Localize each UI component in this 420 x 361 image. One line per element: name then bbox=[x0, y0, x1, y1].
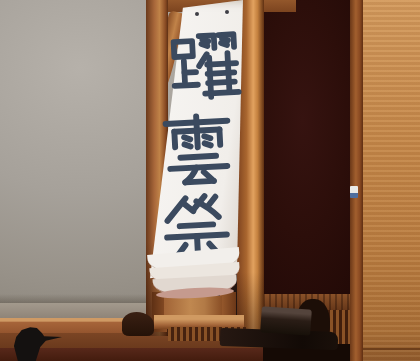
paper-pin-2 bbox=[225, 10, 229, 14]
wood-wall-panel bbox=[363, 0, 420, 361]
calligraphy-character-1 bbox=[166, 28, 244, 106]
door-frame-strip bbox=[350, 0, 363, 361]
dark-shoe-object bbox=[122, 312, 154, 336]
wood-panel-seam bbox=[363, 348, 420, 350]
label-sticker bbox=[350, 186, 358, 198]
paper-pin-1 bbox=[195, 12, 199, 16]
photo-scene: 躍雲祭 bbox=[0, 0, 420, 361]
calligraphy-character-2 bbox=[158, 110, 238, 194]
dark-doorway-panel bbox=[263, 0, 351, 300]
electronic-device bbox=[260, 306, 312, 335]
floor-band-dark bbox=[0, 348, 266, 361]
